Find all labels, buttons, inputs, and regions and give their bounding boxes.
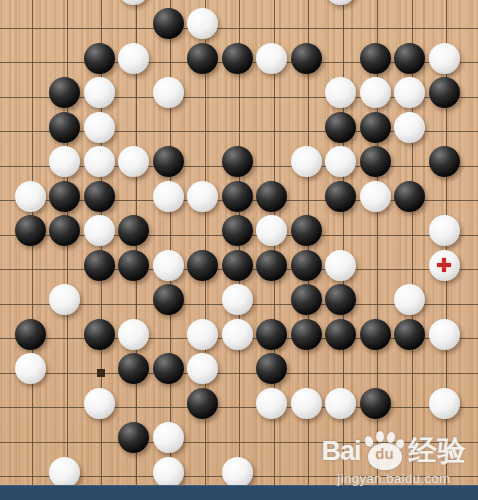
stone-black[interactable] [325,284,356,315]
stone-black[interactable] [325,319,356,350]
stone-white[interactable] [153,457,184,486]
star-point-marker [97,369,105,377]
stone-white[interactable] [187,353,218,384]
stone-white[interactable] [325,250,356,281]
stone-black[interactable] [256,181,287,212]
stone-black[interactable] [325,112,356,143]
stone-black[interactable] [291,319,322,350]
stone-white[interactable] [153,422,184,453]
stone-black[interactable] [360,146,391,177]
stone-black[interactable] [49,77,80,108]
stone-white[interactable] [256,388,287,419]
stone-white[interactable] [325,388,356,419]
stone-black[interactable] [360,112,391,143]
grid-line-horizontal [0,407,478,408]
stone-white[interactable] [325,0,356,5]
stone-white[interactable] [256,43,287,74]
stone-white[interactable] [49,457,80,486]
stone-black[interactable] [153,284,184,315]
stone-black[interactable] [360,388,391,419]
grid-line-vertical [170,0,171,486]
stone-white[interactable] [291,388,322,419]
stone-black[interactable] [429,77,460,108]
stone-white[interactable] [153,181,184,212]
stone-black[interactable] [222,43,253,74]
stone-white[interactable] [49,284,80,315]
stone-black[interactable] [256,319,287,350]
stone-white[interactable] [429,215,460,246]
stone-white[interactable] [84,146,115,177]
stone-white[interactable] [325,77,356,108]
stone-white[interactable] [360,181,391,212]
stone-white[interactable] [394,112,425,143]
stone-white[interactable] [84,112,115,143]
stone-white[interactable] [222,457,253,486]
stone-white[interactable] [153,250,184,281]
stone-black[interactable] [325,181,356,212]
stone-black[interactable] [118,250,149,281]
stone-white[interactable] [118,43,149,74]
go-game-screenshot: Bai du 经验 jingyan.baidu.com [0,0,478,500]
stone-black[interactable] [15,215,46,246]
stone-black[interactable] [291,43,322,74]
stone-black[interactable] [15,319,46,350]
stone-white[interactable] [118,146,149,177]
stone-white[interactable] [84,388,115,419]
go-board[interactable] [0,0,478,486]
stone-black[interactable] [291,250,322,281]
stone-white[interactable] [222,319,253,350]
stone-white[interactable] [187,319,218,350]
stone-black[interactable] [222,146,253,177]
stone-white[interactable] [118,0,149,5]
grid-line-horizontal [0,28,478,29]
stone-black[interactable] [360,43,391,74]
stone-black[interactable] [84,43,115,74]
stone-black[interactable] [118,215,149,246]
stone-black[interactable] [187,388,218,419]
stone-white[interactable] [429,43,460,74]
stone-black[interactable] [118,353,149,384]
stone-black[interactable] [222,181,253,212]
stone-black[interactable] [222,215,253,246]
stone-black[interactable] [84,250,115,281]
stone-black[interactable] [84,319,115,350]
grid-line-horizontal [0,373,478,374]
stone-black[interactable] [187,43,218,74]
stone-white[interactable] [84,215,115,246]
stone-black[interactable] [118,422,149,453]
stone-black[interactable] [153,353,184,384]
stone-white[interactable] [291,146,322,177]
stone-black[interactable] [291,215,322,246]
stone-black[interactable] [429,146,460,177]
grid-line-horizontal [0,442,478,443]
stone-black[interactable] [49,215,80,246]
stone-white[interactable] [118,319,149,350]
stone-black[interactable] [256,353,287,384]
stone-black[interactable] [84,181,115,212]
stone-white[interactable] [187,181,218,212]
stone-white[interactable] [187,8,218,39]
stone-black[interactable] [394,43,425,74]
stone-white[interactable] [153,77,184,108]
stone-black[interactable] [360,319,391,350]
stone-white[interactable] [15,353,46,384]
stone-white[interactable] [429,388,460,419]
stone-white[interactable] [49,146,80,177]
stone-black[interactable] [153,146,184,177]
stone-white[interactable] [429,319,460,350]
stone-black[interactable] [394,181,425,212]
stone-black[interactable] [222,250,253,281]
stone-white[interactable] [222,284,253,315]
bottom-bar [0,485,478,500]
stone-black[interactable] [153,8,184,39]
stone-white[interactable] [360,77,391,108]
stone-black[interactable] [394,319,425,350]
stone-white[interactable] [325,146,356,177]
last-move-cross-marker [436,257,452,273]
stone-white[interactable] [256,215,287,246]
stone-white[interactable] [394,284,425,315]
stone-black[interactable] [49,181,80,212]
stone-white[interactable] [84,77,115,108]
stone-black[interactable] [291,284,322,315]
stone-white[interactable] [15,181,46,212]
stone-black[interactable] [256,250,287,281]
stone-black[interactable] [49,112,80,143]
stone-black[interactable] [187,250,218,281]
stone-white[interactable] [394,77,425,108]
